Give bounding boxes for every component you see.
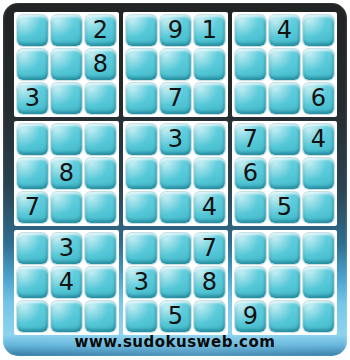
cell-r7c4[interactable] bbox=[126, 233, 157, 264]
cell-r6c8[interactable]: 5 bbox=[269, 192, 300, 223]
cell-r8c1[interactable] bbox=[17, 267, 48, 298]
cell-r5c7[interactable]: 6 bbox=[235, 158, 266, 189]
cell-r2c9[interactable] bbox=[303, 49, 334, 80]
cell-r9c5[interactable]: 5 bbox=[160, 301, 191, 332]
cell-r7c7[interactable] bbox=[235, 233, 266, 264]
cell-r6c5[interactable] bbox=[160, 192, 191, 223]
given-digit: 7 bbox=[243, 127, 258, 151]
cell-r2c1[interactable] bbox=[17, 49, 48, 80]
board-frame: 28391746873474653473859 www.sudokusweb.c… bbox=[3, 3, 347, 356]
given-digit: 3 bbox=[168, 127, 183, 151]
cell-r9c4[interactable] bbox=[126, 301, 157, 332]
given-digit: 5 bbox=[168, 304, 183, 328]
cell-r3c8[interactable] bbox=[269, 83, 300, 114]
cell-r1c8[interactable]: 4 bbox=[269, 15, 300, 46]
cell-r6c4[interactable] bbox=[126, 192, 157, 223]
cell-r7c6[interactable]: 7 bbox=[194, 233, 225, 264]
box-7: 34 bbox=[14, 230, 119, 335]
given-digit: 4 bbox=[59, 270, 74, 294]
cell-r8c2[interactable]: 4 bbox=[51, 267, 82, 298]
cell-r1c7[interactable] bbox=[235, 15, 266, 46]
given-digit: 9 bbox=[168, 18, 183, 42]
box-3: 46 bbox=[232, 12, 337, 117]
cell-r7c8[interactable] bbox=[269, 233, 300, 264]
cell-r4c3[interactable] bbox=[85, 124, 116, 155]
given-digit: 7 bbox=[25, 195, 40, 219]
sudoku-widget: 28391746873474653473859 www.sudokusweb.c… bbox=[0, 0, 350, 360]
cell-r5c3[interactable] bbox=[85, 158, 116, 189]
given-digit: 8 bbox=[59, 161, 74, 185]
cell-r8c5[interactable] bbox=[160, 267, 191, 298]
cell-r4c8[interactable] bbox=[269, 124, 300, 155]
cell-r8c3[interactable] bbox=[85, 267, 116, 298]
cell-r3c6[interactable] bbox=[194, 83, 225, 114]
cell-r1c6[interactable]: 1 bbox=[194, 15, 225, 46]
cell-r3c5[interactable]: 7 bbox=[160, 83, 191, 114]
cell-r4c2[interactable] bbox=[51, 124, 82, 155]
cell-r4c1[interactable] bbox=[17, 124, 48, 155]
cell-r2c4[interactable] bbox=[126, 49, 157, 80]
cell-r4c7[interactable]: 7 bbox=[235, 124, 266, 155]
cell-r1c9[interactable] bbox=[303, 15, 334, 46]
given-digit: 4 bbox=[311, 127, 326, 151]
cell-r1c3[interactable]: 2 bbox=[85, 15, 116, 46]
box-4: 87 bbox=[14, 121, 119, 226]
given-digit: 3 bbox=[134, 270, 149, 294]
cell-r8c8[interactable] bbox=[269, 267, 300, 298]
sudoku-board: 28391746873474653473859 bbox=[14, 12, 337, 335]
cell-r6c6[interactable]: 4 bbox=[194, 192, 225, 223]
cell-r4c9[interactable]: 4 bbox=[303, 124, 334, 155]
cell-r1c1[interactable] bbox=[17, 15, 48, 46]
cell-r9c7[interactable]: 9 bbox=[235, 301, 266, 332]
cell-r5c6[interactable] bbox=[194, 158, 225, 189]
cell-r7c9[interactable] bbox=[303, 233, 334, 264]
cell-r6c3[interactable] bbox=[85, 192, 116, 223]
cell-r6c7[interactable] bbox=[235, 192, 266, 223]
cell-r5c4[interactable] bbox=[126, 158, 157, 189]
cell-r5c5[interactable] bbox=[160, 158, 191, 189]
cell-r9c1[interactable] bbox=[17, 301, 48, 332]
cell-r6c2[interactable] bbox=[51, 192, 82, 223]
given-digit: 3 bbox=[59, 236, 74, 260]
cell-r2c8[interactable] bbox=[269, 49, 300, 80]
cell-r8c6[interactable]: 8 bbox=[194, 267, 225, 298]
cell-r3c7[interactable] bbox=[235, 83, 266, 114]
cell-r7c2[interactable]: 3 bbox=[51, 233, 82, 264]
cell-r5c2[interactable]: 8 bbox=[51, 158, 82, 189]
box-2: 917 bbox=[123, 12, 228, 117]
box-9: 9 bbox=[232, 230, 337, 335]
box-1: 283 bbox=[14, 12, 119, 117]
cell-r5c1[interactable] bbox=[17, 158, 48, 189]
cell-r2c3[interactable]: 8 bbox=[85, 49, 116, 80]
given-digit: 6 bbox=[311, 86, 326, 110]
given-digit: 1 bbox=[202, 18, 217, 42]
cell-r9c9[interactable] bbox=[303, 301, 334, 332]
given-digit: 8 bbox=[93, 52, 108, 76]
cell-r7c5[interactable] bbox=[160, 233, 191, 264]
cell-r9c2[interactable] bbox=[51, 301, 82, 332]
cell-r1c5[interactable]: 9 bbox=[160, 15, 191, 46]
given-digit: 9 bbox=[243, 304, 258, 328]
given-digit: 3 bbox=[25, 86, 40, 110]
cell-r4c5[interactable]: 3 bbox=[160, 124, 191, 155]
given-digit: 5 bbox=[277, 195, 292, 219]
box-5: 34 bbox=[123, 121, 228, 226]
given-digit: 2 bbox=[93, 18, 108, 42]
cell-r8c9[interactable] bbox=[303, 267, 334, 298]
given-digit: 7 bbox=[202, 236, 217, 260]
cell-r2c5[interactable] bbox=[160, 49, 191, 80]
cell-r3c3[interactable] bbox=[85, 83, 116, 114]
given-digit: 6 bbox=[243, 161, 258, 185]
cell-r6c1[interactable]: 7 bbox=[17, 192, 48, 223]
cell-r1c2[interactable] bbox=[51, 15, 82, 46]
given-digit: 4 bbox=[277, 18, 292, 42]
cell-r4c6[interactable] bbox=[194, 124, 225, 155]
cell-r3c1[interactable]: 3 bbox=[17, 83, 48, 114]
box-6: 7465 bbox=[232, 121, 337, 226]
cell-r8c4[interactable]: 3 bbox=[126, 267, 157, 298]
cell-r8c7[interactable] bbox=[235, 267, 266, 298]
cell-r1c4[interactable] bbox=[126, 15, 157, 46]
cell-r3c2[interactable] bbox=[51, 83, 82, 114]
given-digit: 4 bbox=[202, 195, 217, 219]
box-8: 7385 bbox=[123, 230, 228, 335]
cell-r9c3[interactable] bbox=[85, 301, 116, 332]
cell-r3c4[interactable] bbox=[126, 83, 157, 114]
cell-r6c9[interactable] bbox=[303, 192, 334, 223]
cell-r3c9[interactable]: 6 bbox=[303, 83, 334, 114]
cell-r2c6[interactable] bbox=[194, 49, 225, 80]
given-digit: 8 bbox=[202, 270, 217, 294]
cell-r9c8[interactable] bbox=[269, 301, 300, 332]
cell-r5c9[interactable] bbox=[303, 158, 334, 189]
site-url-label: www.sudokusweb.com bbox=[3, 332, 347, 352]
cell-r9c6[interactable] bbox=[194, 301, 225, 332]
cell-r5c8[interactable] bbox=[269, 158, 300, 189]
cell-r2c2[interactable] bbox=[51, 49, 82, 80]
cell-r4c4[interactable] bbox=[126, 124, 157, 155]
cell-r7c1[interactable] bbox=[17, 233, 48, 264]
given-digit: 7 bbox=[168, 86, 183, 110]
cell-r2c7[interactable] bbox=[235, 49, 266, 80]
cell-r7c3[interactable] bbox=[85, 233, 116, 264]
